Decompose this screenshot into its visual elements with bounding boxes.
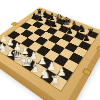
chess-board: ♜♞♝♛♚♝♞♜♟♟♟♟♟♟♟♟♟♟♟♟♟♟♟♟♜♞♝♛♚♝♞♜	[0, 7, 100, 100]
black-pawn[interactable]: ♟	[81, 34, 93, 43]
chess-set-photo: ♜♞♝♛♚♝♞♜♟♟♟♟♟♟♟♟♟♟♟♟♟♟♟♟♜♞♝♛♚♝♞♜	[0, 0, 100, 100]
white-rook[interactable]: ♜	[47, 75, 63, 88]
